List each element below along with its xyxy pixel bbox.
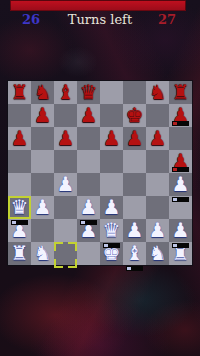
square-h5[interactable]: ♟ bbox=[169, 150, 192, 173]
square-d3[interactable]: ♟ bbox=[77, 196, 100, 219]
hp-bar bbox=[11, 220, 28, 225]
square-h8[interactable]: ♜ bbox=[169, 81, 192, 104]
target-bracket-br bbox=[68, 259, 77, 268]
square-e5[interactable] bbox=[100, 150, 123, 173]
square-d4[interactable] bbox=[77, 173, 100, 196]
square-a7[interactable] bbox=[8, 104, 31, 127]
square-c6[interactable]: ♟ bbox=[54, 127, 77, 150]
piece-blue-queen: ♛ bbox=[8, 196, 31, 219]
square-c2[interactable] bbox=[54, 219, 77, 242]
piece-blue-bishop: ♝ bbox=[123, 242, 146, 265]
square-h6[interactable] bbox=[169, 127, 192, 150]
square-a4[interactable] bbox=[8, 173, 31, 196]
piece-blue-knight: ♞ bbox=[146, 242, 169, 265]
chess-board: ♜♞♝♛♞♜♟♟♚♟♟♟♟♟♟♟♟♟♛♟♟♟♟♟♛♟♟♟♜♞♚♝♞♜ bbox=[8, 81, 192, 265]
square-h7[interactable]: ♟ bbox=[169, 104, 192, 127]
square-g6[interactable]: ♟ bbox=[146, 127, 169, 150]
square-d8[interactable]: ♛ bbox=[77, 81, 100, 104]
square-e8[interactable] bbox=[100, 81, 123, 104]
square-e4[interactable] bbox=[100, 173, 123, 196]
game-screen: 26 Turns left 27 ♜♞♝♛♞♜♟♟♚♟♟♟♟♟♟♟♟♟♛♟♟♟♟… bbox=[0, 0, 200, 356]
piece-red-knight: ♞ bbox=[146, 81, 169, 104]
square-g1[interactable]: ♞ bbox=[146, 242, 169, 265]
piece-red-queen: ♛ bbox=[77, 81, 100, 104]
piece-red-rook: ♜ bbox=[8, 81, 31, 104]
target-bracket-tl bbox=[54, 242, 63, 251]
square-h4[interactable]: ♟ bbox=[169, 173, 192, 196]
square-c3[interactable] bbox=[54, 196, 77, 219]
hp-remaining bbox=[12, 221, 16, 224]
piece-red-pawn: ♟ bbox=[8, 127, 31, 150]
hp-remaining bbox=[127, 267, 131, 270]
square-a8[interactable]: ♜ bbox=[8, 81, 31, 104]
hp-bar bbox=[80, 220, 97, 225]
piece-red-knight: ♞ bbox=[31, 81, 54, 104]
square-e3[interactable]: ♟ bbox=[100, 196, 123, 219]
square-f3[interactable] bbox=[123, 196, 146, 219]
piece-red-rook: ♜ bbox=[169, 81, 192, 104]
square-b5[interactable] bbox=[31, 150, 54, 173]
square-g7[interactable] bbox=[146, 104, 169, 127]
square-e6[interactable]: ♟ bbox=[100, 127, 123, 150]
target-bracket-bl bbox=[54, 259, 63, 268]
square-b2[interactable] bbox=[31, 219, 54, 242]
piece-red-king: ♚ bbox=[123, 104, 146, 127]
piece-red-pawn: ♟ bbox=[77, 104, 100, 127]
square-c1[interactable] bbox=[54, 242, 77, 265]
square-a1[interactable]: ♜ bbox=[8, 242, 31, 265]
hp-remaining bbox=[104, 244, 108, 247]
square-b3[interactable]: ♟ bbox=[31, 196, 54, 219]
square-e2[interactable]: ♛ bbox=[100, 219, 123, 242]
piece-blue-pawn: ♟ bbox=[169, 173, 192, 196]
square-c4[interactable]: ♟ bbox=[54, 173, 77, 196]
hp-bar bbox=[172, 197, 189, 202]
piece-blue-pawn: ♟ bbox=[123, 219, 146, 242]
square-b7[interactable]: ♟ bbox=[31, 104, 54, 127]
piece-blue-rook: ♜ bbox=[8, 242, 31, 265]
square-g8[interactable]: ♞ bbox=[146, 81, 169, 104]
piece-blue-pawn: ♟ bbox=[77, 196, 100, 219]
turn-progress-bar bbox=[10, 0, 186, 11]
square-b4[interactable] bbox=[31, 173, 54, 196]
square-b8[interactable]: ♞ bbox=[31, 81, 54, 104]
red-player-turns-count: 27 bbox=[158, 12, 176, 27]
piece-red-pawn: ♟ bbox=[31, 104, 54, 127]
square-f2[interactable]: ♟ bbox=[123, 219, 146, 242]
square-c8[interactable]: ♝ bbox=[54, 81, 77, 104]
square-b6[interactable] bbox=[31, 127, 54, 150]
square-e7[interactable] bbox=[100, 104, 123, 127]
square-b1[interactable]: ♞ bbox=[31, 242, 54, 265]
square-h2[interactable]: ♟ bbox=[169, 219, 192, 242]
piece-red-bishop: ♝ bbox=[54, 81, 77, 104]
square-d1[interactable] bbox=[77, 242, 100, 265]
piece-blue-pawn: ♟ bbox=[31, 196, 54, 219]
piece-red-pawn: ♟ bbox=[146, 127, 169, 150]
square-f4[interactable] bbox=[123, 173, 146, 196]
hp-remaining bbox=[173, 168, 177, 171]
square-a3[interactable]: ♛ bbox=[8, 196, 31, 219]
piece-red-pawn: ♟ bbox=[123, 127, 146, 150]
piece-red-pawn: ♟ bbox=[54, 127, 77, 150]
hp-bar bbox=[126, 266, 143, 271]
piece-blue-pawn: ♟ bbox=[54, 173, 77, 196]
square-g4[interactable] bbox=[146, 173, 169, 196]
piece-blue-pawn: ♟ bbox=[146, 219, 169, 242]
hp-bar bbox=[172, 167, 189, 172]
square-a6[interactable]: ♟ bbox=[8, 127, 31, 150]
hp-remaining bbox=[81, 221, 85, 224]
square-f1[interactable]: ♝ bbox=[123, 242, 146, 265]
piece-red-pawn: ♟ bbox=[100, 127, 123, 150]
square-g3[interactable] bbox=[146, 196, 169, 219]
hp-remaining bbox=[173, 198, 177, 201]
square-d5[interactable] bbox=[77, 150, 100, 173]
square-f8[interactable] bbox=[123, 81, 146, 104]
square-g2[interactable]: ♟ bbox=[146, 219, 169, 242]
square-g5[interactable] bbox=[146, 150, 169, 173]
square-a5[interactable] bbox=[8, 150, 31, 173]
piece-blue-pawn: ♟ bbox=[169, 219, 192, 242]
piece-blue-knight: ♞ bbox=[31, 242, 54, 265]
hp-remaining bbox=[173, 244, 177, 247]
hp-bar bbox=[172, 243, 189, 248]
square-d7[interactable]: ♟ bbox=[77, 104, 100, 127]
square-f7[interactable]: ♚ bbox=[123, 104, 146, 127]
piece-blue-queen: ♛ bbox=[100, 219, 123, 242]
square-d6[interactable] bbox=[77, 127, 100, 150]
square-c7[interactable] bbox=[54, 104, 77, 127]
hp-bar bbox=[172, 121, 189, 126]
square-c5[interactable] bbox=[54, 150, 77, 173]
square-f6[interactable]: ♟ bbox=[123, 127, 146, 150]
square-f5[interactable] bbox=[123, 150, 146, 173]
hp-bar bbox=[103, 243, 120, 248]
hp-remaining bbox=[173, 122, 177, 125]
turn-counter-row: 26 Turns left 27 bbox=[0, 12, 200, 30]
piece-blue-pawn: ♟ bbox=[100, 196, 123, 219]
target-bracket-tr bbox=[68, 242, 77, 251]
